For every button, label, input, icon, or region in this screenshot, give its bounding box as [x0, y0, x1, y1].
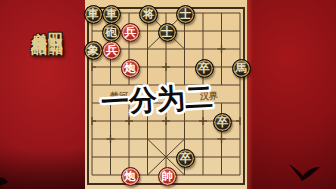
bird-silhouette-left [0, 172, 24, 189]
piece-black-馬[interactable]: 馬 [232, 59, 251, 78]
bird-silhouette-right [287, 158, 321, 182]
left-banner-line2: 必属精品 [30, 20, 49, 28]
piece-black-象[interactable]: 象 [84, 41, 103, 60]
piece-black-車[interactable]: 車 [84, 5, 103, 24]
piece-red-炮[interactable]: 炮 [121, 59, 140, 78]
piece-black-砲[interactable]: 砲 [102, 23, 121, 42]
left-banner-panel: 四郎出品必属精品 [0, 0, 85, 189]
piece-red-兵[interactable]: 兵 [102, 41, 121, 60]
right-banner-panel: 实用残局精讲 [247, 0, 336, 189]
piece-black-車[interactable]: 車 [102, 5, 121, 24]
left-banner-text: 四郎出品必属精品 [31, 20, 63, 34]
piece-red-帥[interactable]: 帥 [158, 167, 177, 186]
piece-black-士[interactable]: 士 [158, 23, 177, 42]
piece-black-将[interactable]: 将 [139, 5, 158, 24]
piece-black-卒[interactable]: 卒 [195, 59, 214, 78]
piece-black-卒[interactable]: 卒 [213, 113, 232, 132]
piece-red-兵[interactable]: 兵 [121, 23, 140, 42]
app-window: { "game": "xiangqi", "position": "rr1k1a… [0, 0, 336, 189]
piece-black-卒[interactable]: 卒 [176, 149, 195, 168]
puzzle-title-banner: 一分为二 [97, 79, 217, 121]
piece-black-士[interactable]: 士 [176, 5, 195, 24]
piece-red-炮[interactable]: 炮 [121, 167, 140, 186]
